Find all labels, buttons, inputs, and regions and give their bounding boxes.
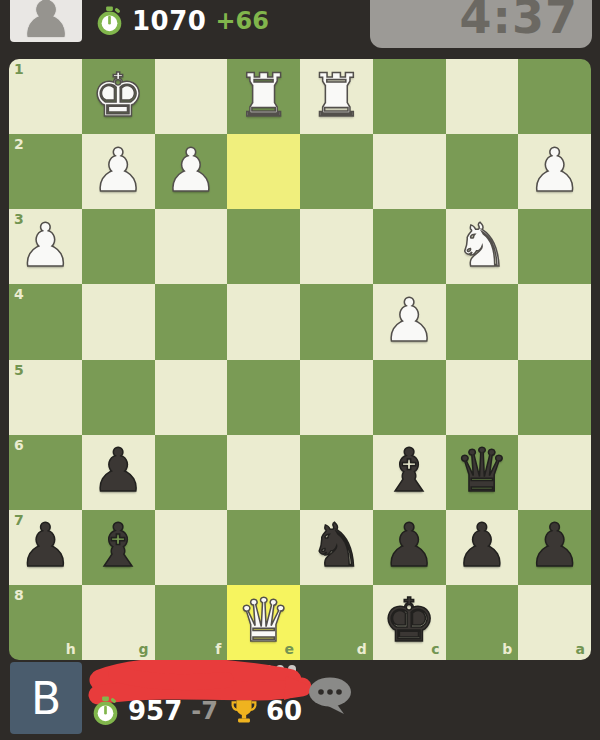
square-f5[interactable] bbox=[155, 360, 228, 435]
piece-black-bishop-g7[interactable]: ♝ bbox=[91, 515, 145, 575]
square-a8[interactable]: a bbox=[518, 585, 591, 660]
piece-black-pawn-h7[interactable]: ♟ bbox=[18, 515, 72, 575]
square-e7[interactable] bbox=[227, 510, 300, 585]
square-e6[interactable] bbox=[227, 435, 300, 510]
square-g7[interactable]: ♝ bbox=[82, 510, 155, 585]
opponent-rating: 1070 bbox=[132, 6, 206, 36]
trophy-icon bbox=[231, 698, 257, 724]
opponent-avatar[interactable]: ♟ bbox=[10, 0, 82, 42]
player-stats-row: 957 -7 60 bbox=[92, 696, 302, 726]
piece-white-queen-e8[interactable]: ♛ bbox=[237, 590, 291, 650]
piece-white-king-g1[interactable]: ♚ bbox=[91, 65, 145, 125]
piece-white-pawn-a2[interactable]: ♟ bbox=[528, 140, 582, 200]
player-avatar[interactable]: B bbox=[10, 662, 82, 734]
square-h2[interactable]: 2 bbox=[9, 134, 82, 209]
file-label-b: b bbox=[502, 642, 512, 656]
square-d5[interactable] bbox=[300, 360, 373, 435]
piece-black-knight-d7[interactable]: ♞ bbox=[309, 515, 363, 575]
piece-white-pawn-c4[interactable]: ♟ bbox=[382, 290, 436, 350]
square-f3[interactable] bbox=[155, 209, 228, 284]
square-c7[interactable]: ♟ bbox=[373, 510, 446, 585]
square-f7[interactable] bbox=[155, 510, 228, 585]
player-rating-change: -7 bbox=[191, 697, 218, 725]
square-d6[interactable] bbox=[300, 435, 373, 510]
square-g1[interactable]: ♚ bbox=[82, 59, 155, 134]
opponent-clock: 4:37 bbox=[370, 0, 592, 48]
square-d1[interactable]: ♜ bbox=[300, 59, 373, 134]
square-e4[interactable] bbox=[227, 284, 300, 359]
square-f4[interactable] bbox=[155, 284, 228, 359]
opponent-rating-row: 1070 +66 bbox=[96, 6, 269, 36]
square-c5[interactable] bbox=[373, 360, 446, 435]
square-f6[interactable] bbox=[155, 435, 228, 510]
chess-board[interactable]: 1♚♜♜2♟♟♟3♟♞4♟56♟♝♛7♟♝♞♟♟♟8hgfe♛dc♚ba bbox=[9, 59, 591, 660]
square-a1[interactable] bbox=[518, 59, 591, 134]
file-label-d: d bbox=[357, 642, 367, 656]
file-label-h: h bbox=[66, 642, 76, 656]
player-rating: 957 bbox=[128, 696, 182, 726]
piece-white-rook-e1[interactable]: ♜ bbox=[237, 65, 291, 125]
square-d4[interactable] bbox=[300, 284, 373, 359]
piece-black-bishop-c6[interactable]: ♝ bbox=[382, 440, 436, 500]
rank-label-2: 2 bbox=[14, 137, 24, 151]
square-d7[interactable]: ♞ bbox=[300, 510, 373, 585]
square-c2[interactable] bbox=[373, 134, 446, 209]
square-h4[interactable]: 4 bbox=[9, 284, 82, 359]
piece-black-pawn-c7[interactable]: ♟ bbox=[382, 515, 436, 575]
square-d3[interactable] bbox=[300, 209, 373, 284]
square-b6[interactable]: ♛ bbox=[446, 435, 519, 510]
square-c8[interactable]: c♚ bbox=[373, 585, 446, 660]
square-g4[interactable] bbox=[82, 284, 155, 359]
timer-icon bbox=[96, 6, 123, 36]
timer-icon bbox=[92, 696, 119, 726]
piece-white-pawn-f2[interactable]: ♟ bbox=[164, 140, 218, 200]
square-d8[interactable]: d bbox=[300, 585, 373, 660]
square-h3[interactable]: 3♟ bbox=[9, 209, 82, 284]
piece-white-pawn-g2[interactable]: ♟ bbox=[91, 140, 145, 200]
square-h8[interactable]: 8h bbox=[9, 585, 82, 660]
square-a5[interactable] bbox=[518, 360, 591, 435]
square-b5[interactable] bbox=[446, 360, 519, 435]
square-g5[interactable] bbox=[82, 360, 155, 435]
square-a3[interactable] bbox=[518, 209, 591, 284]
square-g8[interactable]: g bbox=[82, 585, 155, 660]
square-f1[interactable] bbox=[155, 59, 228, 134]
square-b2[interactable] bbox=[446, 134, 519, 209]
player-trophy-count: 60 bbox=[266, 696, 302, 726]
player-avatar-letter: B bbox=[31, 673, 61, 724]
square-c1[interactable] bbox=[373, 59, 446, 134]
rank-label-6: 6 bbox=[14, 438, 24, 452]
piece-white-knight-b3[interactable]: ♞ bbox=[455, 215, 509, 275]
square-f8[interactable]: f bbox=[155, 585, 228, 660]
square-e5[interactable] bbox=[227, 360, 300, 435]
white-pawn-avatar-icon: ♟ bbox=[18, 0, 74, 42]
file-label-f: f bbox=[215, 642, 221, 656]
square-h7[interactable]: 7♟ bbox=[9, 510, 82, 585]
chat-bubble-icon[interactable] bbox=[306, 676, 358, 720]
file-label-a: a bbox=[576, 642, 585, 656]
square-a7[interactable]: ♟ bbox=[518, 510, 591, 585]
piece-black-pawn-g6[interactable]: ♟ bbox=[91, 440, 145, 500]
square-h1[interactable]: 1 bbox=[9, 59, 82, 134]
piece-white-pawn-h3[interactable]: ♟ bbox=[18, 215, 72, 275]
square-d2[interactable] bbox=[300, 134, 373, 209]
square-a4[interactable] bbox=[518, 284, 591, 359]
square-b3[interactable]: ♞ bbox=[446, 209, 519, 284]
square-g6[interactable]: ♟ bbox=[82, 435, 155, 510]
square-e2[interactable] bbox=[227, 134, 300, 209]
opponent-rating-change: +66 bbox=[215, 7, 269, 35]
square-b4[interactable] bbox=[446, 284, 519, 359]
piece-black-pawn-a7[interactable]: ♟ bbox=[528, 515, 582, 575]
piece-black-king-c8[interactable]: ♚ bbox=[382, 590, 436, 650]
square-e3[interactable] bbox=[227, 209, 300, 284]
square-c4[interactable]: ♟ bbox=[373, 284, 446, 359]
square-g3[interactable] bbox=[82, 209, 155, 284]
square-h5[interactable]: 5 bbox=[9, 360, 82, 435]
piece-black-pawn-b7[interactable]: ♟ bbox=[455, 515, 509, 575]
square-g2[interactable]: ♟ bbox=[82, 134, 155, 209]
rank-label-1: 1 bbox=[14, 62, 24, 76]
square-e8[interactable]: e♛ bbox=[227, 585, 300, 660]
square-b8[interactable]: b bbox=[446, 585, 519, 660]
square-a6[interactable] bbox=[518, 435, 591, 510]
square-c6[interactable]: ♝ bbox=[373, 435, 446, 510]
square-e1[interactable]: ♜ bbox=[227, 59, 300, 134]
square-c3[interactable] bbox=[373, 209, 446, 284]
square-b7[interactable]: ♟ bbox=[446, 510, 519, 585]
player-bar: B 957 bbox=[0, 660, 600, 740]
piece-black-queen-b6[interactable]: ♛ bbox=[455, 440, 509, 500]
rank-label-8: 8 bbox=[14, 588, 24, 602]
opponent-bar: ♟ 1070 +66 4:37 bbox=[0, 0, 600, 59]
square-a2[interactable]: ♟ bbox=[518, 134, 591, 209]
square-f2[interactable]: ♟ bbox=[155, 134, 228, 209]
rank-label-5: 5 bbox=[14, 363, 24, 377]
piece-white-rook-d1[interactable]: ♜ bbox=[309, 65, 363, 125]
rank-label-4: 4 bbox=[14, 287, 24, 301]
game-screen: ♟ 1070 +66 4:37 1♚♜♜2♟♟♟3♟♞4♟56♟♝♛7♟♝♞♟♟… bbox=[0, 0, 600, 740]
square-h6[interactable]: 6 bbox=[9, 435, 82, 510]
square-b1[interactable] bbox=[446, 59, 519, 134]
file-label-g: g bbox=[138, 642, 148, 656]
